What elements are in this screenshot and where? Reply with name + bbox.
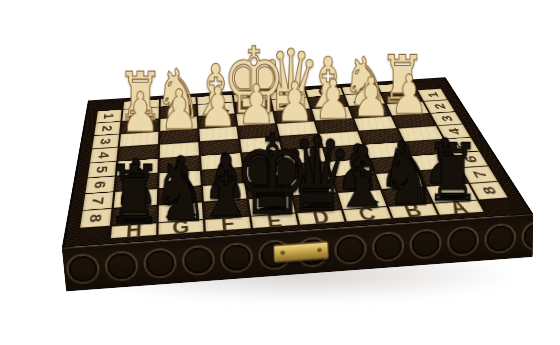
coord-front-B: B: [389, 204, 438, 218]
file-label: H: [125, 219, 142, 243]
coord-front-D: D: [297, 210, 344, 225]
rank-label: 3: [97, 138, 114, 145]
coord-front-A: A: [434, 201, 483, 215]
chess-board: HGFEDCBA1♜♞♝♚♛♝♞♜12♟♟♟♟♟♟♟♟2334455667♟♟♟…: [62, 77, 533, 247]
file-label: D: [310, 206, 331, 229]
coord-right-3: 3: [431, 112, 462, 126]
rank-label: 3: [437, 115, 456, 122]
square-g3: [160, 129, 198, 144]
frame-corner: [78, 227, 110, 241]
frame-corner: [480, 198, 515, 211]
file-label: F: [220, 212, 236, 236]
brass-latch: [273, 241, 329, 263]
coord-front-F: F: [205, 217, 251, 232]
coord-front-E: E: [251, 213, 297, 228]
photo-scene: HGFEDCBA1♜♞♝♚♛♝♞♜12♟♟♟♟♟♟♟♟2334455667♟♟♟…: [0, 0, 560, 345]
coord-front-H: H: [111, 223, 157, 238]
coord-front-C: C: [343, 207, 391, 221]
rook-glyph-icon: ♜: [106, 154, 163, 235]
file-label: G: [172, 216, 189, 240]
coord-front-G: G: [158, 220, 203, 235]
